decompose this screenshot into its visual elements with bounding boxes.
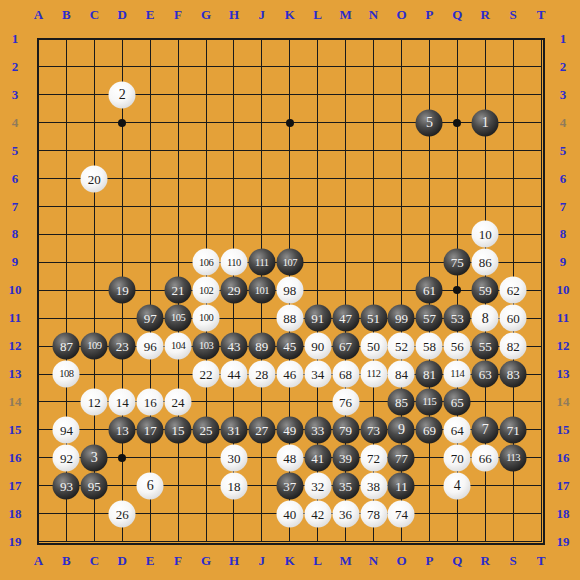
move-number: 61 <box>423 284 436 297</box>
stone-black-53-Q11[interactable]: 53 <box>444 305 471 332</box>
move-number: 99 <box>395 312 408 325</box>
move-number: 9 <box>398 423 405 437</box>
move-number: 8 <box>482 311 489 325</box>
row-label-right-8: 8 <box>560 226 567 242</box>
row-label-right-11: 11 <box>557 310 569 326</box>
row-label-right-15: 15 <box>557 422 570 438</box>
row-label-right-10: 10 <box>557 282 570 298</box>
move-number: 39 <box>339 451 352 464</box>
move-number: 72 <box>367 451 380 464</box>
stone-white-18-H17[interactable]: 18 <box>220 472 247 499</box>
row-label-right-19: 19 <box>557 534 570 550</box>
move-number: 86 <box>479 256 492 269</box>
move-number: 48 <box>283 451 296 464</box>
move-number: 24 <box>172 395 185 408</box>
move-number: 11 <box>395 479 408 492</box>
row-label-right-9: 9 <box>560 254 567 270</box>
move-number: 19 <box>116 284 129 297</box>
stone-black-1-R4[interactable]: 1 <box>472 109 499 136</box>
row-label-left-1: 1 <box>12 31 19 47</box>
stone-white-82-S12[interactable]: 82 <box>500 333 527 360</box>
stone-white-68-M13[interactable]: 68 <box>332 361 359 388</box>
row-label-left-6: 6 <box>12 171 19 187</box>
stone-white-112-N13[interactable]: 112 <box>360 361 387 388</box>
move-number: 113 <box>506 453 520 464</box>
col-label-bottom-R: R <box>481 553 490 569</box>
star-point-D4 <box>118 119 126 127</box>
move-number: 42 <box>311 507 324 520</box>
move-number: 74 <box>395 507 408 520</box>
stone-black-59-R10[interactable]: 59 <box>472 277 499 304</box>
stone-white-106-G9[interactable]: 106 <box>193 249 220 276</box>
stone-white-52-O12[interactable]: 52 <box>388 333 415 360</box>
move-number: 65 <box>451 395 464 408</box>
stone-white-32-L17[interactable]: 32 <box>304 472 331 499</box>
stone-black-5-P4[interactable]: 5 <box>416 109 443 136</box>
row-label-left-9: 9 <box>12 254 19 270</box>
move-number: 105 <box>171 313 185 324</box>
col-label-top-L: L <box>313 7 322 23</box>
move-number: 73 <box>367 423 380 436</box>
move-number: 3 <box>91 451 98 465</box>
col-label-top-M: M <box>339 7 351 23</box>
col-label-top-E: E <box>146 7 155 23</box>
move-number: 23 <box>116 340 129 353</box>
move-number: 47 <box>339 312 352 325</box>
row-label-right-12: 12 <box>557 338 570 354</box>
stone-white-26-D18[interactable]: 26 <box>109 500 136 527</box>
move-number: 87 <box>60 340 73 353</box>
stone-white-114-Q13[interactable]: 114 <box>444 361 471 388</box>
stone-black-61-P10[interactable]: 61 <box>416 277 443 304</box>
col-label-top-O: O <box>396 7 406 23</box>
stone-white-96-E12[interactable]: 96 <box>137 333 164 360</box>
move-number: 84 <box>395 368 408 381</box>
move-number: 1 <box>482 116 489 130</box>
stone-black-3-C16[interactable]: 3 <box>81 444 108 471</box>
stone-black-41-L16[interactable]: 41 <box>304 444 331 471</box>
row-label-left-2: 2 <box>12 59 19 75</box>
move-number: 15 <box>172 423 185 436</box>
col-label-bottom-A: A <box>34 553 43 569</box>
stone-black-29-H10[interactable]: 29 <box>220 277 247 304</box>
stone-black-19-D10[interactable]: 19 <box>109 277 136 304</box>
move-number: 115 <box>422 397 436 408</box>
move-number: 7 <box>482 423 489 437</box>
move-number: 101 <box>255 285 269 296</box>
stone-white-72-N16[interactable]: 72 <box>360 444 387 471</box>
stone-white-92-B16[interactable]: 92 <box>53 444 80 471</box>
move-number: 51 <box>367 312 380 325</box>
col-label-bottom-B: B <box>62 553 71 569</box>
move-number: 20 <box>88 172 101 185</box>
move-number: 38 <box>367 479 380 492</box>
col-label-bottom-D: D <box>118 553 127 569</box>
col-label-bottom-Q: Q <box>452 553 462 569</box>
row-label-left-17: 17 <box>9 478 22 494</box>
move-number: 10 <box>479 228 492 241</box>
move-number: 98 <box>283 284 296 297</box>
stone-white-56-Q12[interactable]: 56 <box>444 333 471 360</box>
move-number: 78 <box>367 507 380 520</box>
col-label-top-Q: Q <box>452 7 462 23</box>
grid-vline-A <box>38 39 39 542</box>
stone-black-89-J12[interactable]: 89 <box>248 333 275 360</box>
col-label-bottom-L: L <box>313 553 322 569</box>
move-number: 45 <box>283 340 296 353</box>
col-label-top-T: T <box>537 7 546 23</box>
move-number: 93 <box>60 479 73 492</box>
star-point-Q4 <box>453 119 461 127</box>
stone-white-74-O18[interactable]: 74 <box>388 500 415 527</box>
stone-black-115-P14[interactable]: 115 <box>416 388 443 415</box>
move-number: 46 <box>283 368 296 381</box>
stone-white-88-K11[interactable]: 88 <box>276 305 303 332</box>
stone-white-84-O13[interactable]: 84 <box>388 361 415 388</box>
go-board[interactable]: AABBCCDDEEFFGGHHJJKKLLMMNNOOPPQQRRSSTT11… <box>0 0 580 580</box>
stone-white-70-Q16[interactable]: 70 <box>444 444 471 471</box>
stone-white-20-C6[interactable]: 20 <box>81 165 108 192</box>
move-number: 90 <box>311 340 324 353</box>
stone-white-8-R11[interactable]: 8 <box>472 305 499 332</box>
move-number: 104 <box>171 341 185 352</box>
stone-black-9-O15[interactable]: 9 <box>388 416 415 443</box>
move-number: 91 <box>311 312 324 325</box>
move-number: 41 <box>311 451 324 464</box>
move-number: 88 <box>283 312 296 325</box>
move-number: 26 <box>116 507 129 520</box>
stone-black-39-M16[interactable]: 39 <box>332 444 359 471</box>
stone-white-78-N18[interactable]: 78 <box>360 500 387 527</box>
stone-white-30-H16[interactable]: 30 <box>220 444 247 471</box>
stone-black-101-J10[interactable]: 101 <box>248 277 275 304</box>
stone-black-31-H15[interactable]: 31 <box>220 416 247 443</box>
move-number: 114 <box>450 369 464 380</box>
row-label-right-16: 16 <box>557 450 570 466</box>
move-number: 28 <box>255 368 268 381</box>
stone-black-81-P13[interactable]: 81 <box>416 361 443 388</box>
move-number: 34 <box>311 368 324 381</box>
move-number: 31 <box>227 423 240 436</box>
stone-white-90-L12[interactable]: 90 <box>304 333 331 360</box>
stone-black-113-S16[interactable]: 113 <box>500 444 527 471</box>
col-label-bottom-N: N <box>369 553 378 569</box>
stone-black-25-G15[interactable]: 25 <box>193 416 220 443</box>
row-label-right-4: 4 <box>560 115 567 131</box>
stone-black-111-J9[interactable]: 111 <box>248 249 275 276</box>
stone-white-60-S11[interactable]: 60 <box>500 305 527 332</box>
stone-black-109-C12[interactable]: 109 <box>81 333 108 360</box>
move-number: 77 <box>395 451 408 464</box>
stone-black-43-H12[interactable]: 43 <box>220 333 247 360</box>
move-number: 40 <box>283 507 296 520</box>
stone-white-104-F12[interactable]: 104 <box>165 333 192 360</box>
stone-black-35-M17[interactable]: 35 <box>332 472 359 499</box>
stone-white-16-E14[interactable]: 16 <box>137 388 164 415</box>
move-number: 60 <box>507 312 520 325</box>
row-label-left-15: 15 <box>9 422 22 438</box>
move-number: 62 <box>507 284 520 297</box>
col-label-top-S: S <box>510 7 517 23</box>
stone-white-38-N17[interactable]: 38 <box>360 472 387 499</box>
move-number: 2 <box>119 88 126 102</box>
stone-black-37-K17[interactable]: 37 <box>276 472 303 499</box>
move-number: 44 <box>227 368 240 381</box>
move-number: 112 <box>367 369 381 380</box>
row-label-left-8: 8 <box>12 226 19 242</box>
move-number: 79 <box>339 423 352 436</box>
stone-white-76-M14[interactable]: 76 <box>332 388 359 415</box>
col-label-top-A: A <box>34 7 43 23</box>
move-number: 59 <box>479 284 492 297</box>
stone-black-27-J15[interactable]: 27 <box>248 416 275 443</box>
stone-white-40-K18[interactable]: 40 <box>276 500 303 527</box>
stone-black-67-M12[interactable]: 67 <box>332 333 359 360</box>
row-label-right-5: 5 <box>560 143 567 159</box>
stone-black-57-P11[interactable]: 57 <box>416 305 443 332</box>
move-number: 53 <box>451 312 464 325</box>
col-label-bottom-T: T <box>537 553 546 569</box>
row-label-left-3: 3 <box>12 87 19 103</box>
row-label-right-18: 18 <box>557 506 570 522</box>
stone-black-93-B17[interactable]: 93 <box>53 472 80 499</box>
stone-white-44-H13[interactable]: 44 <box>220 361 247 388</box>
move-number: 25 <box>200 423 213 436</box>
stone-white-50-N12[interactable]: 50 <box>360 333 387 360</box>
move-number: 75 <box>451 256 464 269</box>
col-label-bottom-C: C <box>90 553 99 569</box>
move-number: 110 <box>227 257 241 268</box>
stone-white-46-K13[interactable]: 46 <box>276 361 303 388</box>
move-number: 14 <box>116 395 129 408</box>
stone-black-45-K12[interactable]: 45 <box>276 333 303 360</box>
row-label-left-11: 11 <box>9 310 21 326</box>
col-label-top-C: C <box>90 7 99 23</box>
row-label-right-2: 2 <box>560 59 567 75</box>
stone-white-94-B15[interactable]: 94 <box>53 416 80 443</box>
move-number: 18 <box>227 479 240 492</box>
move-number: 16 <box>144 395 157 408</box>
col-label-top-J: J <box>259 7 266 23</box>
move-number: 22 <box>200 368 213 381</box>
move-number: 107 <box>283 257 297 268</box>
col-label-top-D: D <box>118 7 127 23</box>
stone-white-2-D3[interactable]: 2 <box>109 81 136 108</box>
row-label-left-14: 14 <box>9 394 22 410</box>
row-label-right-14: 14 <box>557 394 570 410</box>
stone-black-75-Q9[interactable]: 75 <box>444 249 471 276</box>
move-number: 109 <box>87 341 101 352</box>
star-point-Q10 <box>453 286 461 294</box>
move-number: 5 <box>426 116 433 130</box>
star-point-K4 <box>286 119 294 127</box>
col-label-bottom-M: M <box>339 553 351 569</box>
move-number: 29 <box>227 284 240 297</box>
grid-vline-E <box>150 39 151 542</box>
stone-black-103-G12[interactable]: 103 <box>193 333 220 360</box>
stone-black-95-C17[interactable]: 95 <box>81 472 108 499</box>
move-number: 64 <box>451 423 464 436</box>
col-label-bottom-S: S <box>510 553 517 569</box>
move-number: 76 <box>339 395 352 408</box>
move-number: 27 <box>255 423 268 436</box>
move-number: 71 <box>507 423 520 436</box>
stone-black-107-K9[interactable]: 107 <box>276 249 303 276</box>
col-label-bottom-G: G <box>201 553 211 569</box>
move-number: 102 <box>199 285 213 296</box>
move-number: 50 <box>367 340 380 353</box>
move-number: 100 <box>199 313 213 324</box>
move-number: 89 <box>255 340 268 353</box>
row-label-left-12: 12 <box>9 338 22 354</box>
move-number: 21 <box>172 284 185 297</box>
stone-white-24-F14[interactable]: 24 <box>165 388 192 415</box>
col-label-bottom-E: E <box>146 553 155 569</box>
stone-black-49-K15[interactable]: 49 <box>276 416 303 443</box>
row-label-left-10: 10 <box>9 282 22 298</box>
move-number: 68 <box>339 368 352 381</box>
row-label-right-1: 1 <box>560 31 567 47</box>
stone-black-63-R13[interactable]: 63 <box>472 361 499 388</box>
stone-black-7-R15[interactable]: 7 <box>472 416 499 443</box>
stone-black-21-F10[interactable]: 21 <box>165 277 192 304</box>
stone-white-64-Q15[interactable]: 64 <box>444 416 471 443</box>
row-label-left-16: 16 <box>9 450 22 466</box>
grid-vline-T <box>541 39 542 542</box>
move-number: 13 <box>116 423 129 436</box>
stone-black-87-B12[interactable]: 87 <box>53 333 80 360</box>
row-label-right-6: 6 <box>560 171 567 187</box>
move-number: 4 <box>454 479 461 493</box>
stone-white-28-J13[interactable]: 28 <box>248 361 275 388</box>
stone-black-105-F11[interactable]: 105 <box>165 305 192 332</box>
col-label-bottom-P: P <box>425 553 433 569</box>
stone-white-100-G11[interactable]: 100 <box>193 305 220 332</box>
move-number: 58 <box>423 340 436 353</box>
col-label-top-R: R <box>481 7 490 23</box>
stone-black-99-O11[interactable]: 99 <box>388 305 415 332</box>
move-number: 43 <box>227 340 240 353</box>
col-label-bottom-F: F <box>174 553 182 569</box>
move-number: 30 <box>227 451 240 464</box>
move-number: 12 <box>88 395 101 408</box>
row-label-right-17: 17 <box>557 478 570 494</box>
stone-white-42-L18[interactable]: 42 <box>304 500 331 527</box>
col-label-bottom-O: O <box>396 553 406 569</box>
stone-white-62-S10[interactable]: 62 <box>500 277 527 304</box>
stone-black-85-O14[interactable]: 85 <box>388 388 415 415</box>
move-number: 69 <box>423 423 436 436</box>
col-label-top-G: G <box>201 7 211 23</box>
stone-white-98-K10[interactable]: 98 <box>276 277 303 304</box>
move-number: 97 <box>144 312 157 325</box>
stone-white-12-C14[interactable]: 12 <box>81 388 108 415</box>
move-number: 70 <box>451 451 464 464</box>
move-number: 32 <box>311 479 324 492</box>
stone-black-79-M15[interactable]: 79 <box>332 416 359 443</box>
row-label-right-13: 13 <box>557 366 570 382</box>
move-number: 103 <box>199 341 213 352</box>
stone-white-110-H9[interactable]: 110 <box>220 249 247 276</box>
col-label-top-B: B <box>62 7 71 23</box>
move-number: 106 <box>199 257 213 268</box>
stone-white-36-M18[interactable]: 36 <box>332 500 359 527</box>
stone-black-97-E11[interactable]: 97 <box>137 305 164 332</box>
row-label-left-4: 4 <box>12 115 19 131</box>
col-label-top-P: P <box>425 7 433 23</box>
move-number: 83 <box>507 368 520 381</box>
stone-white-22-G13[interactable]: 22 <box>193 361 220 388</box>
move-number: 82 <box>507 340 520 353</box>
star-point-D16 <box>118 454 126 462</box>
stone-black-73-N15[interactable]: 73 <box>360 416 387 443</box>
stone-white-48-K16[interactable]: 48 <box>276 444 303 471</box>
col-label-top-K: K <box>285 7 295 23</box>
move-number: 63 <box>479 368 492 381</box>
move-number: 95 <box>88 479 101 492</box>
move-number: 55 <box>479 340 492 353</box>
stone-black-83-S13[interactable]: 83 <box>500 361 527 388</box>
move-number: 52 <box>395 340 408 353</box>
stone-black-91-L11[interactable]: 91 <box>304 305 331 332</box>
move-number: 81 <box>423 368 436 381</box>
stone-white-14-D14[interactable]: 14 <box>109 388 136 415</box>
stone-black-13-D15[interactable]: 13 <box>109 416 136 443</box>
stone-white-4-Q17[interactable]: 4 <box>444 472 471 499</box>
stone-white-102-G10[interactable]: 102 <box>193 277 220 304</box>
stone-white-58-P12[interactable]: 58 <box>416 333 443 360</box>
row-label-right-7: 7 <box>560 199 567 215</box>
move-number: 56 <box>451 340 464 353</box>
stone-black-77-O16[interactable]: 77 <box>388 444 415 471</box>
stone-black-33-L15[interactable]: 33 <box>304 416 331 443</box>
stone-white-108-B13[interactable]: 108 <box>53 361 80 388</box>
stone-black-11-O17[interactable]: 11 <box>388 472 415 499</box>
move-number: 85 <box>395 395 408 408</box>
stone-white-34-L13[interactable]: 34 <box>304 361 331 388</box>
move-number: 111 <box>255 257 268 268</box>
move-number: 37 <box>283 479 296 492</box>
stone-white-10-R8[interactable]: 10 <box>472 221 499 248</box>
row-label-left-7: 7 <box>12 199 19 215</box>
stone-black-65-Q14[interactable]: 65 <box>444 388 471 415</box>
stone-white-86-R9[interactable]: 86 <box>472 249 499 276</box>
move-number: 108 <box>59 369 73 380</box>
move-number: 66 <box>479 451 492 464</box>
move-number: 94 <box>60 423 73 436</box>
move-number: 33 <box>311 423 324 436</box>
stone-black-69-P15[interactable]: 69 <box>416 416 443 443</box>
move-number: 17 <box>144 423 157 436</box>
col-label-top-F: F <box>174 7 182 23</box>
stone-black-51-N11[interactable]: 51 <box>360 305 387 332</box>
stone-black-15-F15[interactable]: 15 <box>165 416 192 443</box>
stone-black-17-E15[interactable]: 17 <box>137 416 164 443</box>
move-number: 6 <box>147 479 154 493</box>
stone-white-6-E17[interactable]: 6 <box>137 472 164 499</box>
move-number: 49 <box>283 423 296 436</box>
stone-white-66-R16[interactable]: 66 <box>472 444 499 471</box>
move-number: 35 <box>339 479 352 492</box>
stone-black-71-S15[interactable]: 71 <box>500 416 527 443</box>
stone-black-55-R12[interactable]: 55 <box>472 333 499 360</box>
stone-black-23-D12[interactable]: 23 <box>109 333 136 360</box>
row-label-right-3: 3 <box>560 87 567 103</box>
move-number: 36 <box>339 507 352 520</box>
row-label-left-5: 5 <box>12 143 19 159</box>
stone-black-47-M11[interactable]: 47 <box>332 305 359 332</box>
row-label-left-13: 13 <box>9 366 22 382</box>
